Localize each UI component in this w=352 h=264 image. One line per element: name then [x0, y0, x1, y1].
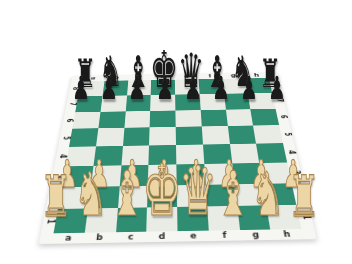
piece-white-queen-e1[interactable]: ♛ [179, 158, 217, 225]
square-b6[interactable] [98, 111, 125, 128]
chess-set-photo: aabbccddeeffgghh1122334455667788 ♜♞♝♚♛♝♞… [0, 0, 352, 264]
piece-white-king-d1[interactable]: ♚ [142, 155, 182, 226]
square-d6[interactable] [150, 110, 176, 127]
file-label-bottom-h: h [283, 231, 291, 239]
square-g5[interactable] [227, 126, 256, 144]
piece-white-knight-g1[interactable]: ♞ [251, 164, 285, 224]
rank-label-left-5: 5 [61, 136, 70, 140]
square-f5[interactable] [202, 126, 230, 144]
piece-white-rook-a1[interactable]: ♜ [40, 167, 72, 224]
piece-white-rook-h1[interactable]: ♜ [288, 167, 320, 224]
piece-black-pawn-h7[interactable]: ♟ [268, 72, 286, 104]
file-label-bottom-d: d [159, 233, 166, 241]
piece-black-pawn-c7[interactable]: ♟ [128, 72, 146, 104]
file-label-bottom-c: c [128, 233, 134, 241]
square-a6[interactable] [72, 112, 100, 129]
square-c5[interactable] [123, 127, 150, 145]
rank-label-right-6: 6 [278, 115, 286, 119]
file-label-bottom-a: a [64, 234, 71, 242]
square-h5[interactable] [253, 125, 283, 143]
rank-label-right-5: 5 [282, 132, 291, 136]
piece-black-pawn-e7[interactable]: ♟ [184, 72, 202, 104]
piece-black-pawn-g7[interactable]: ♟ [240, 72, 258, 104]
square-e6[interactable] [175, 110, 201, 127]
square-d5[interactable] [149, 127, 176, 145]
square-e5[interactable] [176, 127, 203, 145]
square-b5[interactable] [96, 128, 124, 146]
file-label-bottom-e: e [190, 232, 197, 240]
rank-label-left-6: 6 [64, 119, 72, 123]
piece-white-knight-b1[interactable]: ♞ [74, 164, 108, 224]
piece-white-bishop-c1[interactable]: ♝ [110, 163, 145, 224]
piece-black-pawn-a7[interactable]: ♟ [72, 72, 90, 104]
piece-white-bishop-f1[interactable]: ♝ [216, 163, 251, 224]
file-label-bottom-g: g [252, 231, 260, 239]
piece-black-pawn-d7[interactable]: ♟ [156, 72, 174, 104]
square-a5[interactable] [69, 128, 98, 146]
square-c6[interactable] [124, 111, 150, 128]
square-h6[interactable] [250, 108, 279, 125]
file-label-bottom-f: f [222, 232, 227, 240]
square-f6[interactable] [200, 109, 227, 126]
piece-black-pawn-f7[interactable]: ♟ [212, 72, 230, 104]
square-g6[interactable] [225, 109, 253, 126]
piece-black-pawn-b7[interactable]: ♟ [100, 72, 118, 104]
file-label-bottom-b: b [96, 234, 104, 242]
